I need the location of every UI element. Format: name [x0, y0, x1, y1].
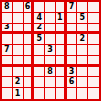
- cell-r8c4[interactable]: [34, 77, 45, 88]
- cell-r6c5[interactable]: [45, 56, 56, 67]
- cell-r8c7[interactable]: 6: [67, 77, 78, 88]
- cell-r5c5[interactable]: 3: [45, 45, 56, 56]
- cell-r4c9[interactable]: [88, 34, 99, 45]
- cell-r3c5[interactable]: [45, 24, 56, 35]
- cell-r3c9[interactable]: [88, 24, 99, 35]
- cell-r9c9[interactable]: [88, 88, 99, 99]
- cell-r2c5[interactable]: [45, 13, 56, 24]
- cell-r1c7[interactable]: 7: [67, 2, 78, 13]
- cell-r7c4[interactable]: [34, 67, 45, 78]
- cell-r1c2[interactable]: [13, 2, 24, 13]
- cell-r5c1[interactable]: 7: [2, 45, 13, 56]
- cell-r2c1[interactable]: [2, 13, 13, 24]
- cell-r5c3[interactable]: [24, 45, 35, 56]
- cell-r7c8[interactable]: [77, 67, 88, 78]
- cell-r6c2[interactable]: [13, 56, 24, 67]
- cell-r3c1[interactable]: 3: [2, 24, 13, 35]
- cell-r7c2[interactable]: [13, 67, 24, 78]
- cell-r1c1[interactable]: 8: [2, 2, 13, 13]
- cell-r4c7[interactable]: [67, 34, 78, 45]
- cell-r1c4[interactable]: [34, 2, 45, 13]
- cell-r3c7[interactable]: [67, 24, 78, 35]
- cell-r8c1[interactable]: [2, 77, 13, 88]
- cell-r4c5[interactable]: [45, 34, 56, 45]
- cell-r2c3[interactable]: [24, 13, 35, 24]
- cell-r3c8[interactable]: [77, 24, 88, 35]
- cell-r9c7[interactable]: [67, 88, 78, 99]
- cell-r7c6[interactable]: [56, 67, 67, 78]
- cell-r9c2[interactable]: 1: [13, 88, 24, 99]
- cell-r3c4[interactable]: 2: [34, 24, 45, 35]
- cell-r2c2[interactable]: [13, 13, 24, 24]
- cell-r3c2[interactable]: [13, 24, 24, 35]
- cell-r2c9[interactable]: [88, 13, 99, 24]
- cell-r9c1[interactable]: [2, 88, 13, 99]
- cell-r1c9[interactable]: [88, 2, 99, 13]
- cell-r3c6[interactable]: [56, 24, 67, 35]
- cell-r9c4[interactable]: [34, 88, 45, 99]
- cell-r1c6[interactable]: [56, 2, 67, 13]
- sudoku-board: 86741532527383261: [0, 0, 101, 101]
- cell-r9c3[interactable]: [24, 88, 35, 99]
- cell-r8c3[interactable]: [24, 77, 35, 88]
- cell-r8c5[interactable]: [45, 77, 56, 88]
- cell-r5c8[interactable]: [77, 45, 88, 56]
- cell-r1c8[interactable]: [77, 2, 88, 13]
- cell-r7c1[interactable]: [2, 67, 13, 78]
- cell-r5c7[interactable]: [67, 45, 78, 56]
- cell-r4c1[interactable]: [2, 34, 13, 45]
- cell-r4c6[interactable]: [56, 34, 67, 45]
- cell-r8c9[interactable]: [88, 77, 99, 88]
- cell-r7c9[interactable]: [88, 67, 99, 78]
- cell-r7c5[interactable]: 8: [45, 67, 56, 78]
- cell-r6c1[interactable]: [2, 56, 13, 67]
- cell-r6c8[interactable]: [77, 56, 88, 67]
- cell-r9c8[interactable]: [77, 88, 88, 99]
- cell-r9c5[interactable]: [45, 88, 56, 99]
- cell-r7c7[interactable]: 3: [67, 67, 78, 78]
- cell-r3c3[interactable]: [24, 24, 35, 35]
- cell-r8c8[interactable]: [77, 77, 88, 88]
- cell-r6c7[interactable]: [67, 56, 78, 67]
- cell-r5c6[interactable]: [56, 45, 67, 56]
- cell-r1c3[interactable]: 6: [24, 2, 35, 13]
- cell-r5c9[interactable]: [88, 45, 99, 56]
- cell-r8c2[interactable]: 2: [13, 77, 24, 88]
- cell-r7c3[interactable]: [24, 67, 35, 78]
- cell-r9c6[interactable]: [56, 88, 67, 99]
- cell-r2c4[interactable]: 4: [34, 13, 45, 24]
- cell-r2c7[interactable]: [67, 13, 78, 24]
- cell-r6c6[interactable]: [56, 56, 67, 67]
- cell-r4c4[interactable]: 5: [34, 34, 45, 45]
- cell-r4c3[interactable]: [24, 34, 35, 45]
- cell-r2c8[interactable]: 5: [77, 13, 88, 24]
- cell-r6c9[interactable]: [88, 56, 99, 67]
- cell-r2c6[interactable]: 1: [56, 13, 67, 24]
- cell-r5c4[interactable]: [34, 45, 45, 56]
- sudoku-screenshot: 86741532527383261: [0, 0, 101, 101]
- cell-r8c6[interactable]: [56, 77, 67, 88]
- cell-r5c2[interactable]: [13, 45, 24, 56]
- cell-r6c3[interactable]: [24, 56, 35, 67]
- cell-r1c5[interactable]: [45, 2, 56, 13]
- cell-r4c8[interactable]: 2: [77, 34, 88, 45]
- cell-r6c4[interactable]: [34, 56, 45, 67]
- cell-r4c2[interactable]: [13, 34, 24, 45]
